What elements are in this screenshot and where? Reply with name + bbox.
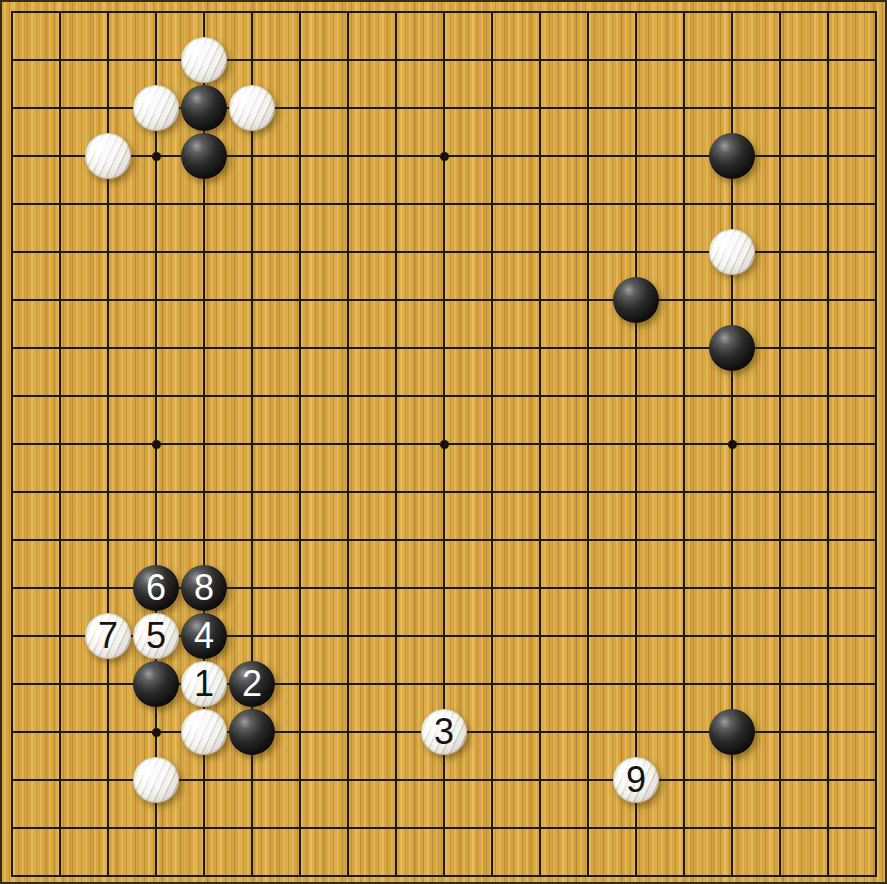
stone-black-e17 <box>181 85 227 131</box>
stone-white-d17 <box>133 85 179 131</box>
move-number: 4 <box>194 618 214 654</box>
stone-white-c6: 7 <box>85 613 131 659</box>
go-board[interactable]: 687541239 <box>0 0 887 884</box>
move-number: 8 <box>194 570 214 606</box>
stone-white-f17 <box>229 85 275 131</box>
stone-white-e18 <box>181 37 227 83</box>
move-number: 7 <box>98 618 118 654</box>
move-number: 1 <box>194 666 214 702</box>
stone-black-o13 <box>613 277 659 323</box>
stone-black-q12 <box>709 325 755 371</box>
move-number: 2 <box>242 666 262 702</box>
stones-layer: 687541239 <box>0 0 887 884</box>
stone-black-d5 <box>133 661 179 707</box>
stone-white-q14 <box>709 229 755 275</box>
stone-black-q16 <box>709 133 755 179</box>
stone-black-f5: 2 <box>229 661 275 707</box>
stone-white-e4 <box>181 709 227 755</box>
move-number: 9 <box>626 762 646 798</box>
move-number: 6 <box>146 570 166 606</box>
stone-black-e16 <box>181 133 227 179</box>
stone-white-c16 <box>85 133 131 179</box>
stone-black-e7: 8 <box>181 565 227 611</box>
stone-black-q4 <box>709 709 755 755</box>
stone-white-d3 <box>133 757 179 803</box>
stone-black-d7: 6 <box>133 565 179 611</box>
move-number: 5 <box>146 618 166 654</box>
stone-black-e6: 4 <box>181 613 227 659</box>
stone-black-f4 <box>229 709 275 755</box>
stone-white-o3: 9 <box>613 757 659 803</box>
move-number: 3 <box>434 714 454 750</box>
stone-white-k4: 3 <box>421 709 467 755</box>
stone-white-d6: 5 <box>133 613 179 659</box>
stone-white-e5: 1 <box>181 661 227 707</box>
